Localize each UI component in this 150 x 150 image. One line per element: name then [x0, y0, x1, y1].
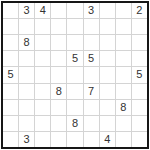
cell-r9c8[interactable] [116, 132, 131, 147]
cell-r3c9[interactable] [132, 35, 147, 50]
cell-r6c8[interactable] [116, 84, 131, 99]
cell-r1c9[interactable]: 2 [132, 3, 147, 18]
cell-r2c6[interactable] [84, 19, 99, 34]
cell-r2c8[interactable] [116, 19, 131, 34]
cell-r1c5[interactable] [67, 3, 82, 18]
clue-digit: 8 [72, 118, 78, 129]
cell-r4c6[interactable]: 5 [84, 51, 99, 66]
cell-r2c1[interactable] [3, 19, 18, 34]
cell-r9c7[interactable]: 4 [100, 132, 115, 147]
cell-r2c9[interactable] [132, 19, 147, 34]
cell-r1c1[interactable] [3, 3, 18, 18]
cell-r7c8[interactable]: 8 [116, 100, 131, 115]
cell-r8c6[interactable] [84, 116, 99, 131]
clue-digit: 5 [88, 53, 94, 64]
cell-r7c5[interactable] [67, 100, 82, 115]
cell-r6c2[interactable] [19, 84, 34, 99]
cell-r6c7[interactable] [100, 84, 115, 99]
cell-r8c2[interactable] [19, 116, 34, 131]
clue-digit: 8 [56, 86, 62, 97]
cell-r7c3[interactable] [35, 100, 50, 115]
cell-r1c8[interactable] [116, 3, 131, 18]
cell-r2c4[interactable] [51, 19, 66, 34]
cell-r4c2[interactable] [19, 51, 34, 66]
cell-r4c1[interactable] [3, 51, 18, 66]
cell-r9c2[interactable]: 3 [19, 132, 34, 147]
cell-r9c9[interactable] [132, 132, 147, 147]
cell-r5c9[interactable]: 5 [132, 67, 147, 82]
cell-r7c7[interactable] [100, 100, 115, 115]
clue-digit: 3 [88, 5, 94, 16]
cell-r3c3[interactable] [35, 35, 50, 50]
cell-r4c8[interactable] [116, 51, 131, 66]
cell-r1c3[interactable]: 4 [35, 3, 50, 18]
cell-r2c7[interactable] [100, 19, 115, 34]
cell-r3c7[interactable] [100, 35, 115, 50]
cell-r9c1[interactable] [3, 132, 18, 147]
clue-digit: 5 [136, 69, 142, 80]
cell-r8c7[interactable] [100, 116, 115, 131]
cell-r3c4[interactable] [51, 35, 66, 50]
cell-r8c9[interactable] [132, 116, 147, 131]
cell-r4c4[interactable] [51, 51, 66, 66]
clue-digit: 7 [88, 86, 94, 97]
cell-r5c4[interactable] [51, 67, 66, 82]
clue-digit: 4 [104, 134, 110, 145]
clue-digit: 3 [24, 5, 30, 16]
cell-r9c4[interactable] [51, 132, 66, 147]
cell-r6c9[interactable] [132, 84, 147, 99]
cell-r3c1[interactable] [3, 35, 18, 50]
cell-r7c6[interactable] [84, 100, 99, 115]
cell-r5c7[interactable] [100, 67, 115, 82]
cell-r1c2[interactable]: 3 [19, 3, 34, 18]
clue-digit: 8 [120, 102, 126, 113]
cell-r5c8[interactable] [116, 67, 131, 82]
cell-r6c1[interactable] [3, 84, 18, 99]
cell-r3c6[interactable] [84, 35, 99, 50]
cell-r9c6[interactable] [84, 132, 99, 147]
cell-r5c2[interactable] [19, 67, 34, 82]
cell-r9c5[interactable] [67, 132, 82, 147]
cell-r3c8[interactable] [116, 35, 131, 50]
cell-r4c5[interactable]: 5 [67, 51, 82, 66]
cell-r1c7[interactable] [100, 3, 115, 18]
cell-r5c3[interactable] [35, 67, 50, 82]
clue-digit: 8 [24, 37, 30, 48]
cell-r2c3[interactable] [35, 19, 50, 34]
cell-r5c1[interactable]: 5 [3, 67, 18, 82]
clue-digit: 4 [40, 5, 46, 16]
cell-r8c5[interactable]: 8 [67, 116, 82, 131]
cell-r5c6[interactable] [84, 67, 99, 82]
cell-r8c1[interactable] [3, 116, 18, 131]
cell-r6c3[interactable] [35, 84, 50, 99]
clue-digit: 5 [7, 69, 13, 80]
cell-r8c3[interactable] [35, 116, 50, 131]
cell-r1c6[interactable]: 3 [84, 3, 99, 18]
cell-r9c3[interactable] [35, 132, 50, 147]
clue-digit: 2 [136, 5, 142, 16]
cell-r7c1[interactable] [3, 100, 18, 115]
cell-r1c4[interactable] [51, 3, 66, 18]
puzzle-board: 343285555878834 [1, 1, 149, 149]
cell-r8c4[interactable] [51, 116, 66, 131]
cell-r7c9[interactable] [132, 100, 147, 115]
cell-r7c4[interactable] [51, 100, 66, 115]
clue-digit: 3 [24, 134, 30, 145]
clue-digit: 5 [72, 53, 78, 64]
cell-r4c7[interactable] [100, 51, 115, 66]
cell-r4c3[interactable] [35, 51, 50, 66]
cell-r3c2[interactable]: 8 [19, 35, 34, 50]
cell-r6c4[interactable]: 8 [51, 84, 66, 99]
cell-r5c5[interactable] [67, 67, 82, 82]
cell-r2c2[interactable] [19, 19, 34, 34]
cell-r7c2[interactable] [19, 100, 34, 115]
cell-r6c6[interactable]: 7 [84, 84, 99, 99]
cell-r6c5[interactable] [67, 84, 82, 99]
cell-r2c5[interactable] [67, 19, 82, 34]
cell-r8c8[interactable] [116, 116, 131, 131]
cell-r4c9[interactable] [132, 51, 147, 66]
cell-r3c5[interactable] [67, 35, 82, 50]
